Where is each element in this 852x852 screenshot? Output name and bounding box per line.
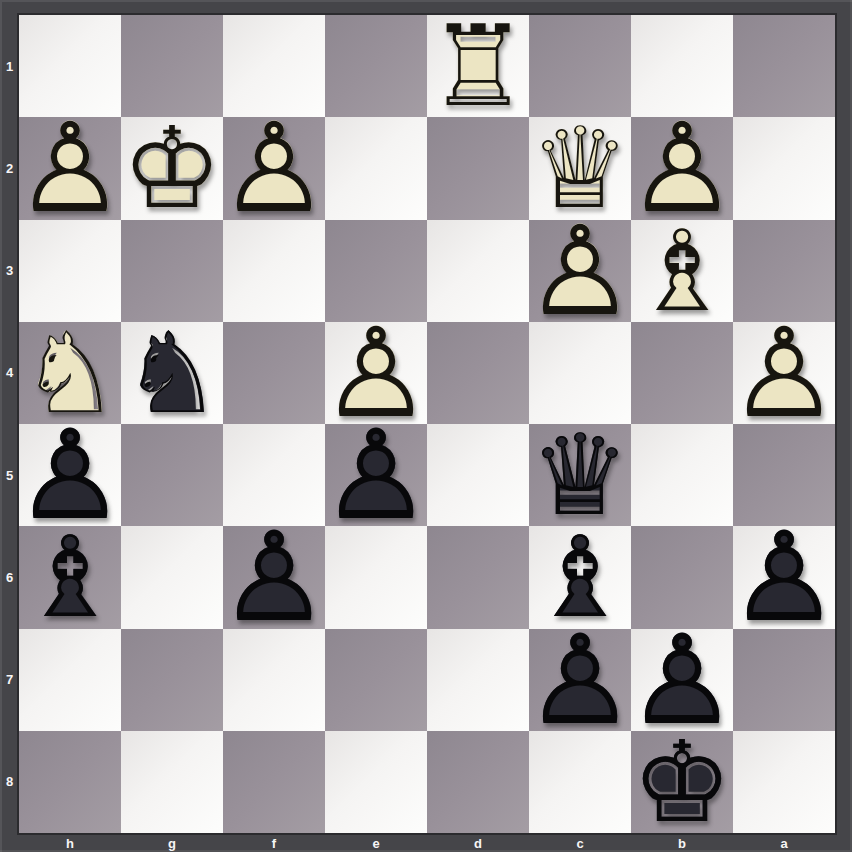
square-g8[interactable] [121,731,223,833]
file-label-a: a [733,836,835,852]
file-label-f: f [223,836,325,852]
square-d7[interactable] [427,629,529,731]
square-b4[interactable] [631,322,733,424]
black-piece-outline-glyph: ♔ [631,731,733,833]
square-c4[interactable] [529,322,631,424]
square-a4[interactable]: ♟♙ [733,322,835,424]
file-label-e: e [325,836,427,852]
square-e2[interactable] [325,117,427,219]
square-d2[interactable] [427,117,529,219]
black-bishop-h6[interactable]: ♝♗ [19,526,121,628]
rank-label-8: 8 [0,731,19,833]
black-piece-outline-glyph: ♗ [19,526,121,628]
square-e8[interactable] [325,731,427,833]
white-piece-outline-glyph: ♙ [19,117,121,219]
white-piece-outline-glyph: ♙ [631,117,733,219]
file-labels: hgfedcba [19,836,835,852]
black-king-b8[interactable]: ♚♔ [631,731,733,833]
black-piece-outline-glyph: ♘ [121,322,223,424]
square-h8[interactable] [19,731,121,833]
square-f6[interactable]: ♟♙ [223,526,325,628]
square-c7[interactable]: ♟♙ [529,629,631,731]
white-bishop-b3[interactable]: ♝♗ [631,220,733,322]
square-b5[interactable] [631,424,733,526]
black-piece-outline-glyph: ♙ [529,629,631,731]
white-piece-outline-glyph: ♙ [733,322,835,424]
square-c5[interactable]: ♛♕ [529,424,631,526]
square-f8[interactable] [223,731,325,833]
square-d1[interactable]: ♜♖ [427,15,529,117]
square-f2[interactable]: ♟♙ [223,117,325,219]
square-g2[interactable]: ♚♔ [121,117,223,219]
square-b2[interactable]: ♟♙ [631,117,733,219]
square-c8[interactable] [529,731,631,833]
file-label-b: b [631,836,733,852]
white-piece-outline-glyph: ♙ [223,117,325,219]
black-pawn-f6[interactable]: ♟♙ [223,526,325,628]
chess-board-frame: 12345678 ♜♖♟♙♚♔♟♙♛♕♟♙♟♙♝♗♞♘♞♘♟♙♟♙♟♙♟♙♛♕♝… [0,0,852,852]
black-piece-outline-glyph: ♙ [631,629,733,731]
square-h2[interactable]: ♟♙ [19,117,121,219]
black-queen-c5[interactable]: ♛♕ [529,424,631,526]
white-pawn-b2[interactable]: ♟♙ [631,117,733,219]
square-b8[interactable]: ♚♔ [631,731,733,833]
white-pawn-c3[interactable]: ♟♙ [529,220,631,322]
square-a6[interactable]: ♟♙ [733,526,835,628]
square-d3[interactable] [427,220,529,322]
square-a8[interactable] [733,731,835,833]
black-piece-outline-glyph: ♕ [529,424,631,526]
file-label-c: c [529,836,631,852]
square-d4[interactable] [427,322,529,424]
white-pawn-a4[interactable]: ♟♙ [733,322,835,424]
square-a7[interactable] [733,629,835,731]
square-f4[interactable] [223,322,325,424]
square-e6[interactable] [325,526,427,628]
square-g3[interactable] [121,220,223,322]
white-piece-outline-glyph: ♔ [121,117,223,219]
black-piece-outline-glyph: ♙ [733,526,835,628]
white-piece-outline-glyph: ♙ [529,220,631,322]
square-d6[interactable] [427,526,529,628]
black-knight-g4[interactable]: ♞♘ [121,322,223,424]
square-e7[interactable] [325,629,427,731]
square-e5[interactable]: ♟♙ [325,424,427,526]
file-label-d: d [427,836,529,852]
white-king-g2[interactable]: ♚♔ [121,117,223,219]
rank-label-7: 7 [0,629,19,731]
white-piece-outline-glyph: ♗ [631,220,733,322]
black-pawn-b7[interactable]: ♟♙ [631,629,733,731]
square-e1[interactable] [325,15,427,117]
square-h7[interactable] [19,629,121,731]
square-b7[interactable]: ♟♙ [631,629,733,731]
black-pawn-h5[interactable]: ♟♙ [19,424,121,526]
square-h5[interactable]: ♟♙ [19,424,121,526]
black-pawn-e5[interactable]: ♟♙ [325,424,427,526]
square-g5[interactable] [121,424,223,526]
white-pawn-h2[interactable]: ♟♙ [19,117,121,219]
white-pawn-f2[interactable]: ♟♙ [223,117,325,219]
square-d8[interactable] [427,731,529,833]
file-label-h: h [19,836,121,852]
square-h6[interactable]: ♝♗ [19,526,121,628]
file-label-g: g [121,836,223,852]
black-piece-outline-glyph: ♙ [223,526,325,628]
black-piece-outline-glyph: ♙ [325,424,427,526]
square-b3[interactable]: ♝♗ [631,220,733,322]
square-a2[interactable] [733,117,835,219]
square-g1[interactable] [121,15,223,117]
black-piece-outline-glyph: ♙ [19,424,121,526]
square-g6[interactable] [121,526,223,628]
board-grid: ♜♖♟♙♚♔♟♙♛♕♟♙♟♙♝♗♞♘♞♘♟♙♟♙♟♙♟♙♛♕♝♗♟♙♝♗♟♙♟♙… [19,15,835,833]
square-d5[interactable] [427,424,529,526]
square-f3[interactable] [223,220,325,322]
square-a1[interactable] [733,15,835,117]
square-c3[interactable]: ♟♙ [529,220,631,322]
square-h3[interactable] [19,220,121,322]
square-g7[interactable] [121,629,223,731]
square-f7[interactable] [223,629,325,731]
black-pawn-c7[interactable]: ♟♙ [529,629,631,731]
square-c1[interactable] [529,15,631,117]
white-piece-outline-glyph: ♖ [427,15,529,117]
white-rook-d1[interactable]: ♜♖ [427,15,529,117]
square-g4[interactable]: ♞♘ [121,322,223,424]
black-pawn-a6[interactable]: ♟♙ [733,526,835,628]
